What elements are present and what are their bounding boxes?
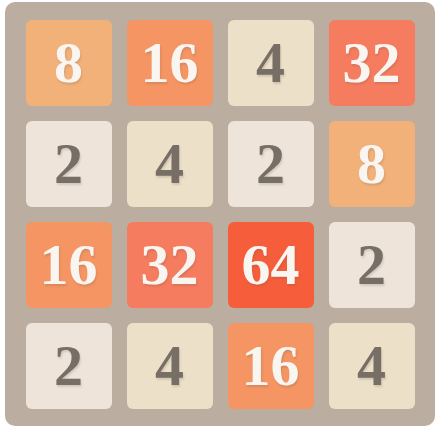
tile-r2c2: 4: [127, 121, 213, 207]
tile-r4c2: 4: [127, 323, 213, 409]
tile-r3c3: 64: [228, 222, 314, 308]
tile-r3c4: 2: [329, 222, 415, 308]
tile-r4c1: 2: [26, 323, 112, 409]
tile-r4c3: 16: [228, 323, 314, 409]
tile-r2c3: 2: [228, 121, 314, 207]
tile-r2c4: 8: [329, 121, 415, 207]
tile-r3c1: 16: [26, 222, 112, 308]
tile-r1c4: 32: [329, 20, 415, 106]
tile-r2c1: 2: [26, 121, 112, 207]
tile-r1c1: 8: [26, 20, 112, 106]
tile-r1c3: 4: [228, 20, 314, 106]
page: 8164322428163264224164: [0, 0, 443, 430]
tile-r4c4: 4: [329, 323, 415, 409]
tile-r1c2: 16: [127, 20, 213, 106]
board-grid[interactable]: 8164322428163264224164: [5, 2, 435, 426]
tile-r3c2: 32: [127, 222, 213, 308]
